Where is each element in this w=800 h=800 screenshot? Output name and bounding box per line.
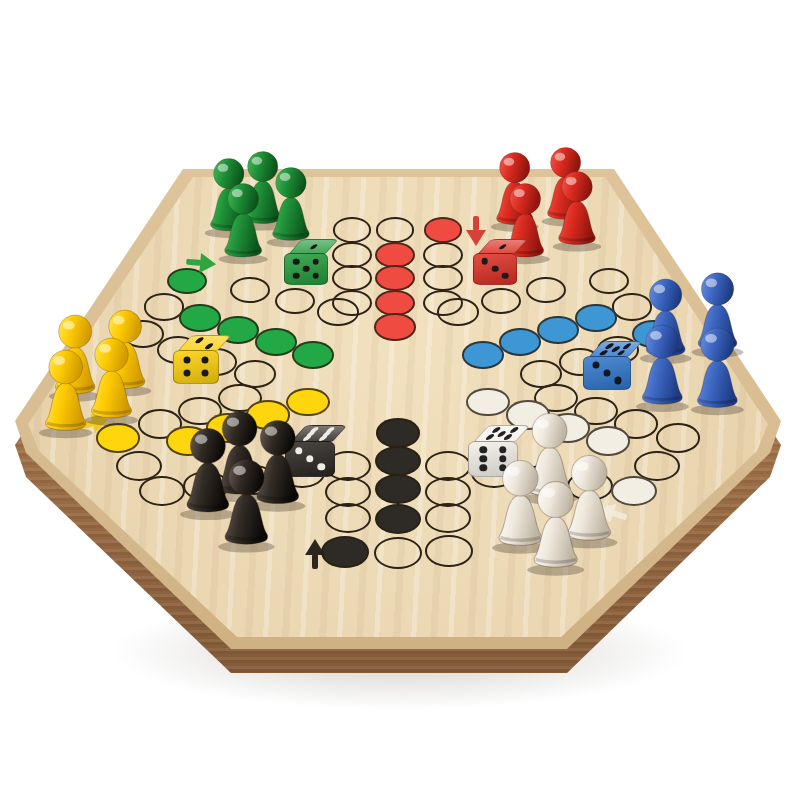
die-pip [480, 446, 487, 453]
die-yellow[interactable] [173, 335, 220, 384]
track-field[interactable] [425, 451, 470, 481]
die-pip [194, 338, 205, 344]
track-field[interactable] [317, 298, 358, 325]
home-field-red[interactable] [374, 313, 416, 340]
die-pip [201, 357, 208, 364]
home-field-black[interactable] [376, 418, 421, 447]
pawn-blue-4[interactable] [688, 321, 747, 422]
home-field-blue[interactable] [537, 316, 579, 343]
die-pip [312, 258, 319, 265]
die-pip [293, 272, 300, 279]
die-front-face-red [473, 253, 517, 285]
die-pip [598, 350, 609, 356]
pawn-green-4[interactable] [216, 177, 270, 271]
die-pip [204, 343, 215, 349]
pawn-blue-3[interactable] [633, 318, 692, 419]
die-pip [183, 370, 190, 377]
home-field-blue[interactable] [575, 304, 616, 331]
home-field-yellow[interactable] [286, 388, 330, 417]
pawn-black-4[interactable] [215, 452, 278, 560]
die-pip [318, 463, 325, 470]
die-pip [482, 258, 489, 265]
die-blue[interactable] [583, 341, 630, 390]
pawn-yellow-3[interactable] [36, 343, 95, 445]
die-pip [593, 361, 600, 368]
home-field-green[interactable] [179, 304, 220, 331]
die-pip [183, 357, 190, 364]
die-pip [483, 435, 494, 441]
track-field[interactable] [376, 217, 415, 243]
track-field[interactable] [423, 265, 463, 292]
start-field-red[interactable] [424, 217, 463, 243]
die-pip [622, 343, 633, 349]
track-field[interactable] [325, 477, 371, 507]
track-field[interactable] [589, 268, 629, 295]
home-field-green[interactable] [292, 341, 334, 369]
home-field-red[interactable] [375, 265, 415, 292]
die-pip [309, 244, 319, 249]
home-field-black[interactable] [375, 446, 420, 476]
board-scene [0, 0, 800, 800]
die-front-face-green [284, 253, 328, 285]
die-pip [508, 427, 519, 433]
home-field-green[interactable] [255, 328, 297, 356]
home-field-blue[interactable] [499, 328, 541, 356]
track-field[interactable] [374, 537, 422, 569]
die-pip [614, 377, 621, 384]
die-pip [303, 265, 310, 272]
die-pip [616, 350, 627, 356]
die-pip [603, 369, 610, 376]
home-field-blue[interactable] [462, 341, 504, 369]
track-field[interactable] [425, 535, 473, 567]
die-pip [502, 273, 509, 280]
die-pip [312, 272, 319, 279]
direction-arrow-green [184, 251, 218, 280]
die-pip [480, 455, 487, 462]
home-field-white[interactable] [466, 388, 510, 417]
pawn-white-4[interactable] [524, 474, 587, 583]
die-front-face-yellow [173, 350, 220, 384]
track-field[interactable] [332, 265, 372, 292]
track-field[interactable] [425, 477, 471, 507]
track-field[interactable] [437, 298, 478, 325]
die-pip [480, 464, 487, 471]
die-pip [201, 370, 208, 377]
die-pip [293, 258, 300, 265]
home-field-black[interactable] [375, 474, 421, 504]
track-field[interactable] [656, 423, 701, 452]
pawn-red-4[interactable] [550, 165, 604, 258]
die-green[interactable] [284, 239, 328, 285]
die-front-face-blue [583, 356, 630, 390]
die-pip [498, 244, 508, 249]
die-pip [499, 446, 506, 453]
die-red[interactable] [473, 239, 517, 285]
track-field[interactable] [333, 217, 372, 243]
die-pip [492, 265, 499, 272]
die-pip [502, 435, 513, 441]
direction-arrow-black [304, 538, 330, 570]
